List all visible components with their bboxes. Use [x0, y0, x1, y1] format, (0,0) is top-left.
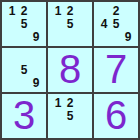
pencil-mark-pos-2 [18, 50, 30, 63]
sudoku-cell-r2c1[interactable]: 59 [2, 48, 46, 92]
pencil-mark-pos-5: 5 [18, 63, 30, 76]
pencil-mark-pos-5: 5 [110, 17, 122, 30]
pencil-mark-pos-8 [64, 122, 76, 135]
pencil-mark-pos-1 [6, 50, 18, 63]
pencil-mark-pos-7 [6, 30, 18, 43]
pencil-mark-pos-3 [30, 4, 42, 17]
pencil-mark-pos-6 [76, 17, 88, 30]
pencil-mark-pos-9: 9 [30, 30, 42, 43]
pencil-mark-pos-2: 2 [64, 96, 76, 109]
pencil-mark-pos-1 [98, 4, 110, 17]
pencil-mark-pos-3 [76, 96, 88, 109]
pencil-mark-pos-4 [52, 17, 64, 30]
pencil-mark-pos-2: 2 [64, 4, 76, 17]
pencil-mark-pos-5: 5 [18, 17, 30, 30]
sudoku-cell-r3c3[interactable]: 6 [94, 94, 138, 138]
pencil-mark-pos-4 [6, 63, 18, 76]
sudoku-cell-r3c1[interactable]: 3 [2, 94, 46, 138]
pencil-mark-pos-4: 4 [98, 17, 110, 30]
pencil-marks: 59 [2, 48, 46, 92]
pencil-mark-pos-9: 9 [30, 76, 42, 89]
pencil-marks: 2459 [94, 2, 138, 46]
pencil-mark-pos-9 [76, 30, 88, 43]
pencil-marks: 125 [48, 2, 92, 46]
solved-digit: 3 [13, 95, 35, 135]
pencil-mark-pos-8 [110, 30, 122, 43]
sudoku-cell-r1c3[interactable]: 2459 [94, 2, 138, 46]
pencil-mark-pos-4 [6, 17, 18, 30]
solved-digit: 6 [105, 95, 127, 135]
solved-digit: 8 [59, 49, 81, 89]
pencil-mark-pos-1: 1 [6, 4, 18, 17]
pencil-mark-pos-7 [6, 76, 18, 89]
sudoku-cell-r2c2[interactable]: 8 [48, 48, 92, 92]
pencil-mark-pos-6 [122, 17, 134, 30]
pencil-mark-pos-8 [64, 30, 76, 43]
sudoku-cell-r1c1[interactable]: 1259 [2, 2, 46, 46]
pencil-mark-pos-4 [52, 109, 64, 122]
pencil-mark-pos-7 [52, 122, 64, 135]
sudoku-board: 12591252459598731256 [0, 0, 140, 140]
pencil-mark-pos-6 [76, 109, 88, 122]
pencil-mark-pos-6 [30, 63, 42, 76]
pencil-mark-pos-1: 1 [52, 96, 64, 109]
pencil-marks: 125 [48, 94, 92, 138]
pencil-mark-pos-8 [18, 76, 30, 89]
pencil-mark-pos-2: 2 [18, 4, 30, 17]
pencil-marks: 1259 [2, 2, 46, 46]
sudoku-cell-r3c2[interactable]: 125 [48, 94, 92, 138]
pencil-mark-pos-7 [52, 30, 64, 43]
pencil-mark-pos-5: 5 [64, 109, 76, 122]
pencil-mark-pos-9: 9 [122, 30, 134, 43]
pencil-mark-pos-3 [122, 4, 134, 17]
sudoku-cell-r1c2[interactable]: 125 [48, 2, 92, 46]
pencil-mark-pos-3 [30, 50, 42, 63]
pencil-mark-pos-1: 1 [52, 4, 64, 17]
solved-digit: 7 [105, 49, 127, 89]
pencil-mark-pos-8 [18, 30, 30, 43]
pencil-mark-pos-9 [76, 122, 88, 135]
pencil-mark-pos-2: 2 [110, 4, 122, 17]
pencil-mark-pos-5: 5 [64, 17, 76, 30]
pencil-mark-pos-3 [76, 4, 88, 17]
sudoku-cell-r2c3[interactable]: 7 [94, 48, 138, 92]
pencil-mark-pos-7 [98, 30, 110, 43]
pencil-mark-pos-6 [30, 17, 42, 30]
